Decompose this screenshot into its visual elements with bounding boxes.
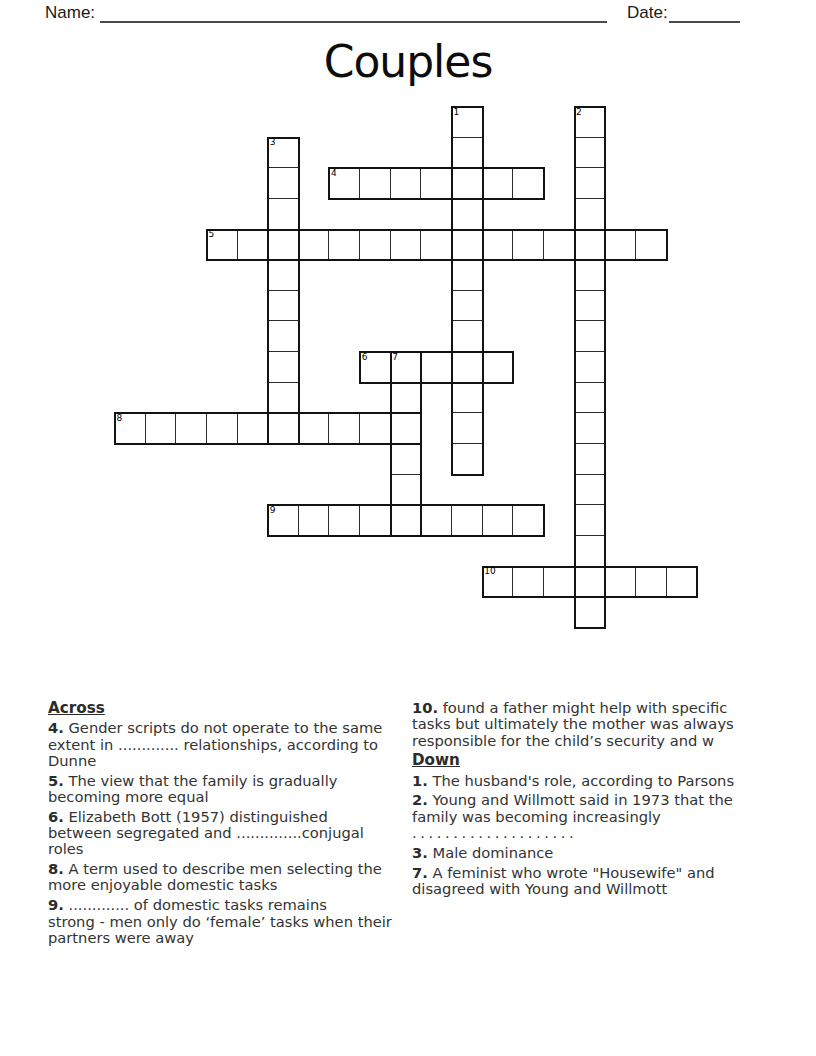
crossword-cell[interactable] [359, 351, 392, 384]
clue-text: more enjoyable domestic tasks [48, 877, 418, 893]
crossword-cell[interactable] [451, 259, 484, 292]
crossword-cell[interactable] [451, 167, 484, 200]
crossword-cell[interactable] [328, 504, 361, 537]
crossword-cell[interactable] [267, 412, 300, 445]
clue-number-label: 6. [48, 808, 64, 825]
crossword-cell[interactable] [574, 137, 607, 170]
crossword-cell[interactable] [512, 167, 545, 200]
crossword-cell[interactable] [574, 443, 607, 476]
crossword-cell[interactable] [390, 504, 423, 537]
crossword-cell[interactable] [574, 474, 607, 507]
crossword-cell[interactable] [359, 229, 392, 262]
crossword-cell[interactable] [267, 504, 300, 537]
crossword-cell[interactable] [482, 167, 515, 200]
crossword-cell[interactable] [267, 229, 300, 262]
clue-across-8: 8. A term used to describe men selecting… [48, 861, 418, 894]
crossword-cell[interactable] [390, 474, 423, 507]
clue-down-7: 7. A feminist who wrote "Housewife" and … [412, 865, 782, 898]
clue-text: Young and Willmott said in 1973 that the [432, 791, 732, 808]
clue-across-10: 10. found a father might help with speci… [412, 700, 782, 749]
crossword-cell[interactable] [574, 290, 607, 323]
crossword-cell[interactable] [359, 504, 392, 537]
crossword-cell[interactable] [267, 259, 300, 292]
clue-text: roles [48, 841, 418, 857]
crossword-cell[interactable] [604, 566, 637, 599]
clue-text: family was becoming increasingly [412, 809, 782, 825]
crossword-cell[interactable] [451, 137, 484, 170]
clue-text: tasks but ultimately the mother was alwa… [412, 716, 782, 732]
crossword-cell[interactable] [451, 382, 484, 415]
clue-text: Elizabeth Bott (1957) distinguished [68, 808, 327, 825]
crossword-cell[interactable] [267, 198, 300, 231]
clue-down-1: 1. The husband's role, according to Pars… [412, 773, 782, 789]
crossword-cell[interactable] [145, 412, 178, 445]
crossword-cell[interactable] [267, 382, 300, 415]
clue-text: The view that the family is gradually [68, 772, 337, 789]
down-heading: Down [412, 752, 782, 768]
crossword-cell[interactable] [482, 351, 515, 384]
clue-down-2: 2. Young and Willmott said in 1973 that … [412, 792, 782, 841]
crossword-cell[interactable] [359, 412, 392, 445]
clue-text: becoming more equal [48, 789, 418, 805]
crossword-cell[interactable] [451, 229, 484, 262]
clue-number-label: 7. [412, 864, 428, 881]
clues-left-column: Across 4. Gender scripts do not operate … [48, 700, 418, 950]
crossword-cell[interactable] [574, 229, 607, 262]
crossword-cell[interactable] [390, 412, 423, 445]
crossword-cell[interactable] [267, 137, 300, 170]
clue-text: partners were away [48, 930, 418, 946]
date-label: Date: [627, 3, 668, 23]
crossword-cell[interactable] [390, 351, 423, 384]
crossword-cell[interactable] [420, 504, 453, 537]
clue-text: disagreed with Young and Willmott [412, 881, 782, 897]
crossword-cell[interactable] [574, 351, 607, 384]
crossword-cell[interactable] [267, 320, 300, 353]
crossword-cell[interactable] [267, 167, 300, 200]
crossword-cell[interactable] [451, 106, 484, 139]
crossword-cell[interactable] [237, 229, 270, 262]
clue-number-label: 4. [48, 719, 64, 736]
crossword-cell[interactable] [175, 412, 208, 445]
crossword-cell[interactable] [298, 412, 331, 445]
crossword-cell[interactable] [390, 229, 423, 262]
crossword-cell[interactable] [543, 566, 576, 599]
crossword-cell[interactable] [298, 504, 331, 537]
crossword-cell[interactable] [482, 566, 515, 599]
clue-text: .................... [412, 825, 782, 841]
crossword-cell[interactable] [451, 290, 484, 323]
clue-number-label: 9. [48, 896, 64, 913]
across-heading: Across [48, 700, 418, 716]
clue-number-label: 2. [412, 791, 428, 808]
crossword-cell[interactable] [267, 351, 300, 384]
name-field-line[interactable] [100, 3, 607, 23]
page-title: Couples [0, 36, 816, 87]
crossword-cell[interactable] [482, 229, 515, 262]
clue-down-3: 3. Male dominance [412, 845, 782, 861]
crossword-cell[interactable] [420, 351, 453, 384]
date-field-line[interactable] [669, 3, 740, 23]
crossword-cell[interactable] [267, 290, 300, 323]
crossword-cell[interactable] [574, 320, 607, 353]
crossword-cell[interactable] [298, 229, 331, 262]
clue-text: responsible for the child’s security and… [412, 733, 782, 749]
crossword-cell[interactable] [512, 504, 545, 537]
clue-number-label: 5. [48, 772, 64, 789]
clue-text: strong - men only do ‘female’ tasks when… [48, 914, 418, 930]
crossword-cell[interactable] [512, 229, 545, 262]
crossword-cell[interactable] [574, 167, 607, 200]
crossword-cell[interactable] [451, 351, 484, 384]
crossword-cell[interactable] [328, 229, 361, 262]
crossword-grid: 12345678910 [115, 107, 697, 628]
crossword-cell[interactable] [666, 566, 699, 599]
crossword-cell[interactable] [237, 412, 270, 445]
crossword-cell[interactable] [574, 596, 607, 629]
clue-text: Male dominance [432, 844, 553, 861]
crossword-cell[interactable] [635, 566, 668, 599]
clue-text: between segregated and ..............con… [48, 825, 418, 841]
clue-text: found a father might help with specific [443, 699, 728, 716]
crossword-cell[interactable] [451, 198, 484, 231]
crossword-cell[interactable] [390, 443, 423, 476]
crossword-cell[interactable] [635, 229, 668, 262]
clue-text: extent in ............. relationships, a… [48, 737, 418, 753]
crossword-cell[interactable] [512, 566, 545, 599]
clue-number-label: 1. [412, 772, 428, 789]
crossword-cell[interactable] [451, 320, 484, 353]
clue-text: A term used to describe men selecting th… [68, 860, 381, 877]
clue-across-6: 6. Elizabeth Bott (1957) distinguished b… [48, 809, 418, 858]
crossword-cell[interactable] [451, 443, 484, 476]
clue-text: Gender scripts do not operate to the sam… [68, 719, 382, 736]
crossword-cell[interactable] [574, 535, 607, 568]
crossword-cell[interactable] [328, 412, 361, 445]
crossword-cell[interactable] [574, 566, 607, 599]
clue-text: A feminist who wrote "Housewife" and [432, 864, 714, 881]
crossword-cell[interactable] [359, 167, 392, 200]
clue-text: Dunne [48, 753, 418, 769]
crossword-cell[interactable] [114, 412, 147, 445]
clues-right-column: 10. found a father might help with speci… [412, 700, 782, 901]
crossword-cell[interactable] [604, 229, 637, 262]
clue-number-label: 8. [48, 860, 64, 877]
crossword-cell[interactable] [451, 412, 484, 445]
name-label: Name: [45, 3, 95, 23]
crossword-cell[interactable] [451, 504, 484, 537]
crossword-cell[interactable] [390, 167, 423, 200]
crossword-cell[interactable] [574, 504, 607, 537]
crossword-cell[interactable] [574, 412, 607, 445]
crossword-cell[interactable] [574, 382, 607, 415]
clue-text: ............. of domestic tasks remains [68, 896, 326, 913]
clue-number-label: 3. [412, 844, 428, 861]
crossword-cell[interactable] [420, 229, 453, 262]
clue-number-label: 10. [412, 699, 438, 716]
crossword-cell[interactable] [206, 229, 239, 262]
crossword-cell[interactable] [206, 412, 239, 445]
crossword-cell[interactable] [482, 504, 515, 537]
clue-text: The husband's role, according to Parsons [432, 772, 734, 789]
crossword-cell[interactable] [574, 198, 607, 231]
crossword-cell[interactable] [574, 259, 607, 292]
crossword-cell[interactable] [574, 106, 607, 139]
crossword-cell[interactable] [420, 167, 453, 200]
crossword-cell[interactable] [390, 382, 423, 415]
clue-across-9: 9. ............. of domestic tasks remai… [48, 897, 418, 946]
clue-across-5: 5. The view that the family is gradually… [48, 773, 418, 806]
crossword-cell[interactable] [543, 229, 576, 262]
clue-across-4: 4. Gender scripts do not operate to the … [48, 720, 418, 769]
crossword-cell[interactable] [328, 167, 361, 200]
